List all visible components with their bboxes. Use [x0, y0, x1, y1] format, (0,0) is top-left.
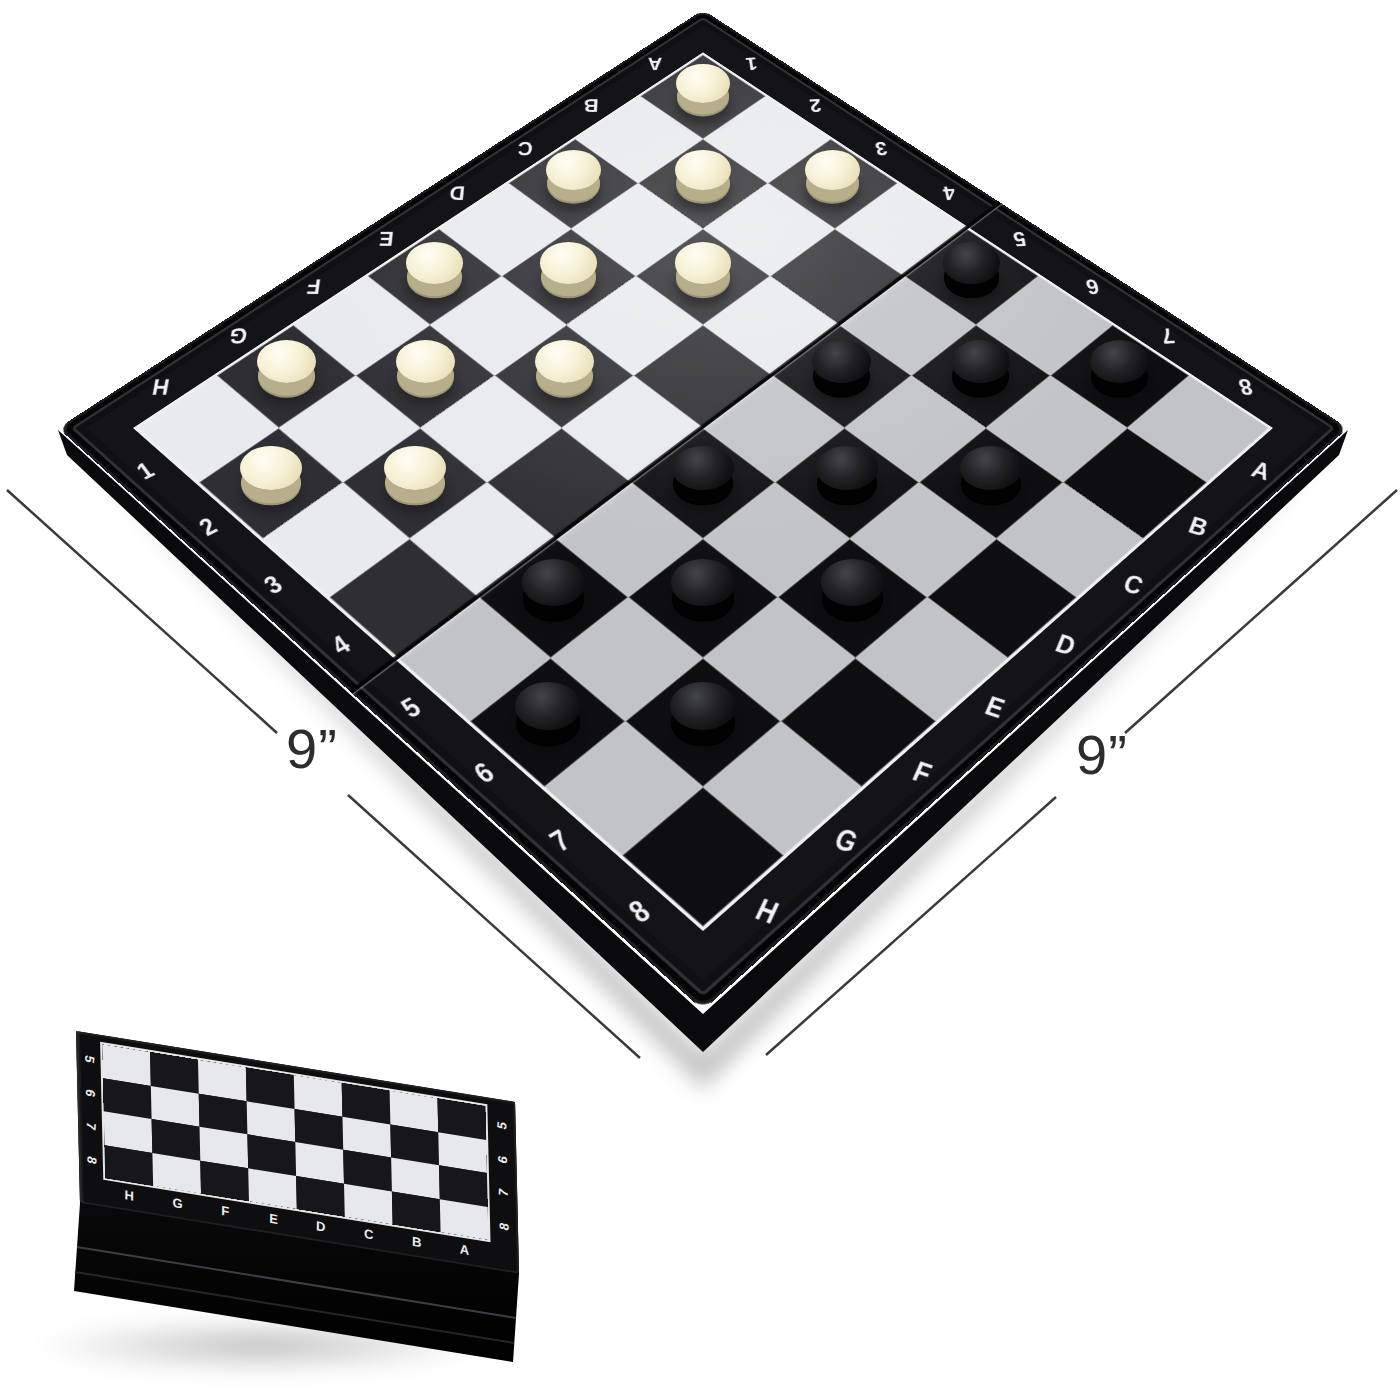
- file-label-topleft-H: H: [140, 371, 182, 402]
- checker-white-C1[interactable]: [546, 150, 601, 190]
- checker-white-D2[interactable]: [540, 242, 597, 284]
- rank-label-bottomleft-5: 5: [387, 688, 433, 726]
- folded-file-G: G: [168, 1193, 186, 1214]
- rank-label-topright-6: 6: [1072, 272, 1112, 301]
- file-label-topleft-G: G: [218, 321, 259, 351]
- checker-black-G7[interactable]: [670, 682, 736, 730]
- folded-square-E8: [248, 1168, 297, 1209]
- folded-file-A: A: [456, 1240, 474, 1261]
- folded-file-D: D: [312, 1217, 330, 1238]
- rank-label-bottomleft-7: 7: [535, 819, 583, 861]
- checker-white-E1[interactable]: [406, 242, 463, 284]
- file-label-topleft-E: E: [367, 225, 407, 253]
- folded-file-C: C: [360, 1224, 378, 1245]
- checker-black-D6[interactable]: [816, 446, 877, 491]
- folded-rank-right-6: 6: [494, 1149, 512, 1170]
- rank-label-topright-8: 8: [1225, 371, 1267, 402]
- checker-white-G1[interactable]: [257, 340, 316, 383]
- rank-label-topright-1: 1: [733, 52, 770, 77]
- file-label-bottomright-G: G: [822, 819, 870, 861]
- checker-black-A5[interactable]: [943, 242, 1000, 284]
- file-label-topleft-C: C: [506, 136, 544, 162]
- folded-square-B8: [392, 1191, 441, 1232]
- folded-rank-left-7: 7: [82, 1116, 100, 1137]
- rank-label-topright-2: 2: [796, 93, 834, 118]
- checker-black-C7[interactable]: [960, 446, 1021, 491]
- rank-label-bottomleft-4: 4: [318, 626, 364, 663]
- folded-rank-right-8: 8: [496, 1216, 514, 1237]
- checker-black-E5[interactable]: [672, 446, 733, 491]
- product-photo: AABBCCDDEEFFGGHH1122334455667788 5566778…: [0, 0, 1400, 1391]
- file-label-topleft-F: F: [294, 272, 334, 301]
- rank-label-bottomleft-2: 2: [186, 509, 230, 543]
- rank-label-topright-5: 5: [1000, 225, 1040, 253]
- folded-file-H: H: [120, 1186, 138, 1207]
- rank-label-bottomleft-8: 8: [614, 889, 663, 932]
- checker-white-B2[interactable]: [675, 150, 730, 190]
- folded-square-A8: [440, 1199, 489, 1240]
- folded-square-F8: [200, 1160, 249, 1201]
- checker-white-A1[interactable]: [676, 64, 729, 103]
- folded-square-H8: [104, 1145, 153, 1186]
- file-label-topleft-A: A: [636, 52, 673, 77]
- checker-black-E7[interactable]: [821, 559, 884, 605]
- file-label-bottomright-C: C: [1111, 567, 1156, 602]
- rank-label-topright-7: 7: [1147, 321, 1188, 351]
- folded-square-C8: [344, 1183, 393, 1224]
- folded-file-B: B: [408, 1232, 426, 1253]
- file-label-bottomright-H: H: [742, 889, 791, 932]
- file-label-bottomright-A: A: [1239, 454, 1282, 487]
- checker-black-G5[interactable]: [522, 559, 585, 605]
- file-label-bottomright-F: F: [899, 752, 946, 792]
- checker-black-F6[interactable]: [671, 559, 734, 605]
- checker-white-H2[interactable]: [240, 446, 301, 491]
- rank-label-bottomleft-6: 6: [460, 752, 507, 792]
- folded-rank-left-8: 8: [83, 1149, 101, 1170]
- dimension-label-right: 9”: [1042, 722, 1162, 812]
- rank-label-bottomleft-1: 1: [124, 454, 167, 487]
- file-label-bottomright-D: D: [1043, 626, 1089, 663]
- folded-file-F: F: [216, 1201, 234, 1222]
- dimension-label-left: 9”: [252, 716, 372, 806]
- checker-white-C3[interactable]: [675, 242, 732, 284]
- folded-square-G8: [152, 1152, 201, 1193]
- file-label-topleft-B: B: [572, 93, 610, 118]
- rank-label-topright-3: 3: [862, 136, 900, 162]
- folded-file-E: E: [264, 1209, 282, 1230]
- folded-rank-right-7: 7: [495, 1182, 513, 1203]
- folded-square-D8: [296, 1176, 345, 1217]
- checker-black-H6[interactable]: [515, 682, 581, 730]
- folded-rank-right-5: 5: [494, 1115, 512, 1136]
- file-label-bottomright-B: B: [1176, 509, 1220, 543]
- file-label-topleft-D: D: [437, 180, 476, 207]
- file-label-bottomright-E: E: [972, 688, 1018, 726]
- rank-label-topright-4: 4: [930, 180, 969, 207]
- rank-label-bottomleft-3: 3: [250, 567, 295, 602]
- folded-rank-left-6: 6: [81, 1082, 99, 1103]
- folded-rank-left-5: 5: [80, 1049, 98, 1070]
- checker-white-F2[interactable]: [396, 340, 455, 383]
- checker-white-G3[interactable]: [384, 446, 445, 491]
- checker-white-E3[interactable]: [535, 340, 594, 383]
